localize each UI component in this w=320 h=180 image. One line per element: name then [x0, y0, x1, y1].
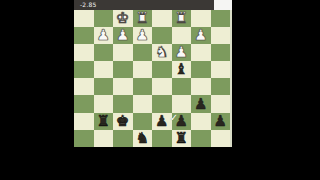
- board-square[interactable]: [211, 95, 231, 112]
- black-p-piece-b6[interactable]: ♟: [191, 95, 211, 112]
- board-square[interactable]: [94, 130, 114, 147]
- board-square[interactable]: ♜: [172, 10, 192, 27]
- board-square[interactable]: [74, 130, 94, 147]
- board-square[interactable]: [74, 27, 94, 44]
- board-square[interactable]: [191, 10, 211, 27]
- black-n-piece-e8[interactable]: ♞: [133, 130, 153, 147]
- white-n-piece-d3[interactable]: ♞: [152, 44, 172, 61]
- board-square[interactable]: [94, 95, 114, 112]
- black-r-piece-c8[interactable]: ♜: [172, 130, 192, 147]
- board-square[interactable]: [74, 44, 94, 61]
- black-r-piece-g7[interactable]: ♜: [94, 113, 114, 130]
- board-square[interactable]: [211, 44, 231, 61]
- board-square[interactable]: [191, 44, 211, 61]
- board-square[interactable]: ♞: [133, 130, 153, 147]
- black-p-piece-a7[interactable]: ♟: [211, 113, 231, 130]
- letterbox-right: [232, 0, 320, 180]
- board-square[interactable]: ♟: [191, 27, 211, 44]
- board-square[interactable]: [133, 95, 153, 112]
- board-square[interactable]: ♟: [191, 95, 211, 112]
- white-p-piece-f2[interactable]: ♟: [113, 27, 133, 44]
- board-square[interactable]: [94, 61, 114, 78]
- board-square[interactable]: ♟: [211, 113, 231, 130]
- board-square[interactable]: ♜: [172, 130, 192, 147]
- board-square[interactable]: ♞: [152, 44, 172, 61]
- board-square[interactable]: [94, 10, 114, 27]
- black-b-piece-c4[interactable]: ♝: [172, 61, 192, 78]
- board-square[interactable]: [191, 61, 211, 78]
- board-square[interactable]: [152, 78, 172, 95]
- white-k-piece-f1[interactable]: ♚: [113, 10, 133, 27]
- board-square[interactable]: [113, 130, 133, 147]
- board-square[interactable]: [152, 95, 172, 112]
- evaluation-bar: -2.85: [74, 0, 232, 10]
- board-square[interactable]: ♟: [172, 44, 192, 61]
- white-r-piece-c1[interactable]: ♜: [172, 10, 192, 27]
- board-square[interactable]: [74, 95, 94, 112]
- board-square[interactable]: [211, 130, 231, 147]
- board-square[interactable]: [94, 44, 114, 61]
- chess-board[interactable]: ♚♜♜♟♟♟♟♞♟♝♟♜♚♟♟♟♞♜: [74, 10, 230, 147]
- white-p-piece-g2[interactable]: ♟: [94, 27, 114, 44]
- board-square[interactable]: [74, 10, 94, 27]
- board-square[interactable]: [191, 113, 211, 130]
- black-k-piece-f7[interactable]: ♚: [113, 113, 133, 130]
- board-square[interactable]: [74, 78, 94, 95]
- board-square[interactable]: ♜: [94, 113, 114, 130]
- board-square[interactable]: [133, 113, 153, 130]
- white-r-piece-e1[interactable]: ♜: [133, 10, 153, 27]
- board-square[interactable]: [211, 78, 231, 95]
- board-square[interactable]: [133, 78, 153, 95]
- check-icon: ✓: [168, 112, 180, 124]
- board-square[interactable]: ♟: [94, 27, 114, 44]
- board-square[interactable]: [172, 27, 192, 44]
- board-square[interactable]: [74, 61, 94, 78]
- board-square[interactable]: [74, 113, 94, 130]
- board-square[interactable]: [152, 27, 172, 44]
- board-square[interactable]: [172, 95, 192, 112]
- eval-bar-black-segment: [74, 0, 232, 10]
- board-square[interactable]: ♜: [133, 10, 153, 27]
- eval-bar-white-segment: [214, 0, 232, 10]
- board-square[interactable]: [113, 78, 133, 95]
- white-p-piece-c3[interactable]: ♟: [172, 44, 192, 61]
- board-square[interactable]: [133, 61, 153, 78]
- video-area: -2.85 ♚♜♜♟♟♟♟♞♟♝♟♜♚♟♟♟♞♜ ✓: [74, 0, 232, 180]
- board-square[interactable]: [113, 61, 133, 78]
- board-square[interactable]: [152, 130, 172, 147]
- board-square[interactable]: [94, 78, 114, 95]
- board-square[interactable]: [172, 78, 192, 95]
- board-square[interactable]: ♟: [133, 27, 153, 44]
- white-p-piece-b2[interactable]: ♟: [191, 27, 211, 44]
- board-square[interactable]: [211, 10, 231, 27]
- board-square[interactable]: ♚: [113, 113, 133, 130]
- board-edge-strip: [230, 10, 232, 147]
- board-square[interactable]: ♚: [113, 10, 133, 27]
- board-square[interactable]: [152, 10, 172, 27]
- board-square[interactable]: [152, 61, 172, 78]
- board-square[interactable]: [113, 44, 133, 61]
- board-square[interactable]: [133, 44, 153, 61]
- board-square[interactable]: [211, 27, 231, 44]
- board-square[interactable]: [191, 78, 211, 95]
- board-square[interactable]: ♟: [113, 27, 133, 44]
- letterbox-left: [0, 0, 74, 180]
- board-square[interactable]: ♝: [172, 61, 192, 78]
- board-square[interactable]: [191, 130, 211, 147]
- eval-score: -2.85: [80, 1, 97, 9]
- board-square[interactable]: [113, 95, 133, 112]
- board-square[interactable]: [211, 61, 231, 78]
- white-p-piece-e2[interactable]: ♟: [133, 27, 153, 44]
